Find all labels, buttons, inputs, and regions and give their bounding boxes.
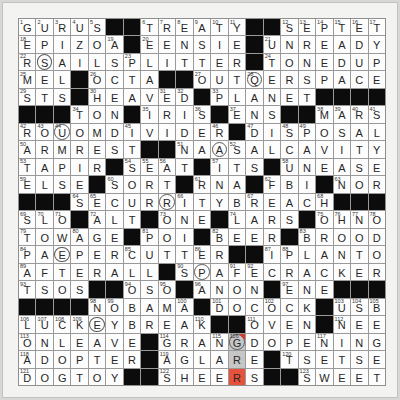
cell-r18c10[interactable]: A — [176, 316, 192, 332]
cell-r13c20[interactable]: O — [351, 229, 367, 245]
cell-r11c18[interactable]: 68H — [316, 194, 332, 210]
cell-r14c20[interactable]: T — [351, 246, 367, 262]
cell-r18c3[interactable]: 108C — [54, 316, 70, 332]
cell-r9c13[interactable]: T — [229, 159, 245, 175]
cell-r10c3[interactable]: S — [54, 176, 70, 192]
cell-r12c16[interactable]: S — [281, 211, 297, 227]
cell-r10c7[interactable]: O — [124, 176, 140, 192]
cell-r21c13[interactable]: R — [229, 369, 245, 385]
cell-r3c19[interactable]: D — [334, 54, 350, 70]
cell-r15c14[interactable]: 92E — [246, 264, 262, 280]
cell-r21c11[interactable]: E — [194, 369, 210, 385]
cell-r3c6[interactable]: S — [106, 54, 122, 70]
cell-r20c9[interactable]: 119A — [159, 351, 175, 367]
cell-r5c9[interactable]: 31E — [159, 89, 175, 105]
cell-r11c9[interactable]: R — [159, 194, 175, 210]
cell-r21c20[interactable]: E — [351, 369, 367, 385]
cell-r11c13[interactable]: B — [229, 194, 245, 210]
cell-r7c15[interactable]: I — [264, 124, 280, 140]
cell-r17c17[interactable]: K — [299, 299, 315, 315]
cell-r20c12[interactable]: A — [211, 351, 227, 367]
cell-r20c20[interactable]: S — [351, 351, 367, 367]
cell-r10c13[interactable]: A — [229, 176, 245, 192]
cell-r10c6[interactable]: 60S — [106, 176, 122, 192]
cell-r7c20[interactable]: A — [351, 124, 367, 140]
cell-r4c19[interactable]: A — [334, 71, 350, 87]
cell-r1c20[interactable]: 16E — [351, 19, 367, 35]
cell-r18c4[interactable]: 109K — [71, 316, 87, 332]
cell-r12c14[interactable]: A — [246, 211, 262, 227]
cell-r2c9[interactable]: E — [159, 36, 175, 52]
cell-r21c2[interactable]: O — [36, 369, 52, 385]
cell-r16c4[interactable]: S — [71, 281, 87, 297]
cell-r5c6[interactable]: E — [106, 89, 122, 105]
cell-r7c11[interactable]: E — [194, 124, 210, 140]
cell-r1c9[interactable]: 7R — [159, 19, 175, 35]
cell-r4c3[interactable]: L — [54, 71, 70, 87]
cell-r17c15[interactable]: 102O — [264, 299, 280, 315]
cell-r13c9[interactable]: O — [159, 229, 175, 245]
cell-r8c17[interactable]: A — [299, 141, 315, 157]
cell-r18c19[interactable]: 112N — [334, 316, 350, 332]
cell-r7c17[interactable]: 49P — [299, 124, 315, 140]
cell-r2c12[interactable]: I — [211, 36, 227, 52]
cell-r18c17[interactable]: N — [299, 316, 315, 332]
cell-r13c1[interactable]: 79T — [19, 229, 35, 245]
cell-r13c18[interactable]: R — [316, 229, 332, 245]
cell-r6c11[interactable]: 36S — [194, 106, 210, 122]
cell-r1c4[interactable]: 4U — [71, 19, 87, 35]
cell-r4c12[interactable]: U — [211, 71, 227, 87]
cell-r1c21[interactable]: 17T — [369, 19, 385, 35]
cell-r7c5[interactable]: M — [89, 124, 105, 140]
cell-r16c14[interactable]: N — [246, 281, 262, 297]
cell-r3c10[interactable]: T — [176, 54, 192, 70]
cell-r10c17[interactable]: I — [299, 176, 315, 192]
cell-r3c16[interactable]: O — [281, 54, 297, 70]
cell-r4c14[interactable]: 28Q — [246, 71, 262, 87]
cell-r8c14[interactable]: A — [246, 141, 262, 157]
cell-r9c10[interactable]: T — [176, 159, 192, 175]
cell-r8c15[interactable]: L — [264, 141, 280, 157]
cell-r20c1[interactable]: 118A — [19, 351, 35, 367]
cell-r4c6[interactable]: C — [106, 71, 122, 87]
cell-r4c17[interactable]: S — [299, 71, 315, 87]
cell-r17c13[interactable]: O — [229, 299, 245, 315]
cell-r2c18[interactable]: E — [316, 36, 332, 52]
cell-r15c3[interactable]: T — [54, 264, 70, 280]
cell-r2c6[interactable]: 19A — [106, 36, 122, 52]
cell-r4c7[interactable]: T — [124, 71, 140, 87]
cell-r15c2[interactable]: F — [36, 264, 52, 280]
cell-r14c15[interactable]: 87I — [264, 246, 280, 262]
cell-r17c16[interactable]: C — [281, 299, 297, 315]
cell-r10c21[interactable]: R — [369, 176, 385, 192]
cell-r15c11[interactable]: P — [194, 264, 210, 280]
cell-r2c15[interactable]: 21U — [264, 36, 280, 52]
cell-r11c16[interactable]: A — [281, 194, 297, 210]
cell-r21c18[interactable]: W — [316, 369, 332, 385]
cell-r18c20[interactable]: E — [351, 316, 367, 332]
cell-r19c19[interactable]: I — [334, 334, 350, 350]
cell-r7c14[interactable]: 47D — [246, 124, 262, 140]
cell-r15c5[interactable]: R — [89, 264, 105, 280]
cell-r5c15[interactable]: N — [264, 89, 280, 105]
cell-r17c20[interactable]: 104S — [351, 299, 367, 315]
cell-r7c19[interactable]: S — [334, 124, 350, 140]
cell-r9c16[interactable]: 58U — [281, 159, 297, 175]
cell-r15c10[interactable]: 90S — [176, 264, 192, 280]
cell-r15c15[interactable]: C — [264, 264, 280, 280]
cell-r14c19[interactable]: N — [334, 246, 350, 262]
cell-r1c2[interactable]: 2U — [36, 19, 52, 35]
cell-r19c6[interactable]: V — [106, 334, 122, 350]
cell-r1c1[interactable]: 1G — [19, 19, 35, 35]
cell-r8c10[interactable]: 51N — [176, 141, 192, 157]
cell-r14c18[interactable]: A — [316, 246, 332, 262]
cell-r3c9[interactable]: I — [159, 54, 175, 70]
cell-r2c4[interactable]: Z — [71, 36, 87, 52]
cell-r17c10[interactable]: 100A — [176, 299, 192, 315]
cell-r3c8[interactable]: L — [141, 54, 157, 70]
cell-r9c19[interactable]: A — [334, 159, 350, 175]
cell-r4c20[interactable]: C — [351, 71, 367, 87]
cell-r8c18[interactable]: V — [316, 141, 332, 157]
cell-r13c10[interactable]: I — [176, 229, 192, 245]
cell-r1c16[interactable]: 12S — [281, 19, 297, 35]
cell-r1c5[interactable]: 5S — [89, 19, 105, 35]
cell-r8c6[interactable]: S — [106, 141, 122, 157]
cell-r6c5[interactable]: O — [89, 106, 105, 122]
cell-r17c5[interactable]: 98N — [89, 299, 105, 315]
cell-r16c12[interactable]: N — [211, 281, 227, 297]
cell-r5c12[interactable]: 33P — [211, 89, 227, 105]
cell-r18c9[interactable]: E — [159, 316, 175, 332]
cell-r20c7[interactable]: R — [124, 351, 140, 367]
cell-r13c4[interactable]: 80A — [71, 229, 87, 245]
cell-r10c1[interactable]: 59E — [19, 176, 35, 192]
cell-r16c3[interactable]: O — [54, 281, 70, 297]
cell-r13c17[interactable]: 83B — [299, 229, 315, 245]
cell-r1c19[interactable]: 15T — [334, 19, 350, 35]
cell-r21c1[interactable]: 121D — [19, 369, 35, 385]
cell-r7c9[interactable]: I — [159, 124, 175, 140]
cell-r21c19[interactable]: E — [334, 369, 350, 385]
cell-r12c3[interactable]: 71O — [54, 211, 70, 227]
cell-r20c17[interactable]: S — [299, 351, 315, 367]
cell-r7c4[interactable]: O — [71, 124, 87, 140]
cell-r8c2[interactable]: R — [36, 141, 52, 157]
cell-r20c4[interactable]: P — [71, 351, 87, 367]
cell-r4c18[interactable]: P — [316, 71, 332, 87]
cell-r3c11[interactable]: T — [194, 54, 210, 70]
cell-r17c7[interactable]: B — [124, 299, 140, 315]
cell-r13c15[interactable]: R — [264, 229, 280, 245]
cell-r14c21[interactable]: O — [369, 246, 385, 262]
cell-r19c11[interactable]: A — [194, 334, 210, 350]
cell-r17c9[interactable]: M — [159, 299, 175, 315]
cell-r5c13[interactable]: L — [229, 89, 245, 105]
cell-r19c15[interactable]: O — [264, 334, 280, 350]
cell-r9c4[interactable]: I — [71, 159, 87, 175]
cell-r3c21[interactable]: P — [369, 54, 385, 70]
cell-r3c4[interactable]: I — [71, 54, 87, 70]
cell-r4c2[interactable]: E — [36, 71, 52, 87]
cell-r7c8[interactable]: V — [141, 124, 157, 140]
cell-r3c1[interactable]: 22R — [19, 54, 35, 70]
cell-r9c21[interactable]: E — [369, 159, 385, 175]
cell-r18c5[interactable]: E — [89, 316, 105, 332]
cell-r9c8[interactable]: 55E — [141, 159, 157, 175]
cell-r5c14[interactable]: A — [246, 89, 262, 105]
cell-r12c2[interactable]: 70L — [36, 211, 52, 227]
cell-r16c7[interactable]: 94O — [124, 281, 140, 297]
cell-r4c13[interactable]: T — [229, 71, 245, 87]
cell-r8c12[interactable]: A — [211, 141, 227, 157]
cell-r11c4[interactable]: 64S — [71, 194, 87, 210]
cell-r12c11[interactable]: E — [194, 211, 210, 227]
cell-r21c3[interactable]: G — [54, 369, 70, 385]
cell-r1c8[interactable]: 6T — [141, 19, 157, 35]
cell-r12c6[interactable]: L — [106, 211, 122, 227]
cell-r14c2[interactable]: A — [36, 246, 52, 262]
cell-r14c8[interactable]: U — [141, 246, 157, 262]
cell-r20c14[interactable]: E — [246, 351, 262, 367]
cell-r6c20[interactable]: 40R — [351, 106, 367, 122]
cell-r8c3[interactable]: M — [54, 141, 70, 157]
cell-r14c3[interactable]: E — [54, 246, 70, 262]
cell-r15c6[interactable]: A — [106, 264, 122, 280]
cell-r18c14[interactable]: 111O — [246, 316, 262, 332]
cell-r3c17[interactable]: N — [299, 54, 315, 70]
cell-r6c10[interactable]: I — [176, 106, 192, 122]
cell-r8c7[interactable]: T — [124, 141, 140, 157]
cell-r14c11[interactable]: 86E — [194, 246, 210, 262]
cell-r10c9[interactable]: T — [159, 176, 175, 192]
cell-r16c8[interactable]: S — [141, 281, 157, 297]
cell-r18c15[interactable]: V — [264, 316, 280, 332]
cell-r7c18[interactable]: O — [316, 124, 332, 140]
cell-r19c17[interactable]: E — [299, 334, 315, 350]
cell-r2c5[interactable]: O — [89, 36, 105, 52]
cell-r7c10[interactable]: D — [176, 124, 192, 140]
cell-r20c19[interactable]: T — [334, 351, 350, 367]
cell-r11c8[interactable]: R — [141, 194, 157, 210]
cell-r3c18[interactable]: E — [316, 54, 332, 70]
cell-r3c13[interactable]: R — [229, 54, 245, 70]
cell-r11c11[interactable]: T — [194, 194, 210, 210]
cell-r3c2[interactable]: S — [36, 54, 52, 70]
cell-r20c16[interactable]: 120T — [281, 351, 297, 367]
cell-r10c20[interactable]: O — [351, 176, 367, 192]
cell-r12c19[interactable]: 76H — [334, 211, 350, 227]
cell-r20c10[interactable]: G — [176, 351, 192, 367]
cell-r11c5[interactable]: 65E — [89, 194, 105, 210]
cell-r9c2[interactable]: A — [36, 159, 52, 175]
cell-r3c15[interactable]: 24T — [264, 54, 280, 70]
cell-r10c16[interactable]: B — [281, 176, 297, 192]
cell-r14c5[interactable]: E — [89, 246, 105, 262]
cell-r16c9[interactable]: 95O — [159, 281, 175, 297]
cell-r17c14[interactable]: C — [246, 299, 262, 315]
cell-r15c20[interactable]: E — [351, 264, 367, 280]
cell-r5c7[interactable]: A — [124, 89, 140, 105]
cell-r6c8[interactable]: 35I — [141, 106, 157, 122]
cell-r21c5[interactable]: O — [89, 369, 105, 385]
cell-r12c9[interactable]: 73O — [159, 211, 175, 227]
cell-r4c16[interactable]: R — [281, 71, 297, 87]
cell-r7c6[interactable]: D — [106, 124, 122, 140]
cell-r2c10[interactable]: N — [176, 36, 192, 52]
cell-r2c1[interactable]: 18E — [19, 36, 35, 52]
cell-r18c1[interactable]: 106L — [19, 316, 35, 332]
cell-r7c3[interactable]: 44U — [54, 124, 70, 140]
cell-r14c6[interactable]: R — [106, 246, 122, 262]
cell-r14c1[interactable]: 84P — [19, 246, 35, 262]
cell-r4c1[interactable]: 25M — [19, 71, 35, 87]
cell-r11c6[interactable]: C — [106, 194, 122, 210]
cell-r12c15[interactable]: R — [264, 211, 280, 227]
cell-r2c21[interactable]: Y — [369, 36, 385, 52]
cell-r4c8[interactable]: A — [141, 71, 157, 87]
cell-r6c14[interactable]: N — [246, 106, 262, 122]
cell-r3c12[interactable]: E — [211, 54, 227, 70]
cell-r12c18[interactable]: 75O — [316, 211, 332, 227]
cell-r8c13[interactable]: 52S — [229, 141, 245, 157]
cell-r9c7[interactable]: 54S — [124, 159, 140, 175]
cell-r10c11[interactable]: 61R — [194, 176, 210, 192]
cell-r17c19[interactable]: 103U — [334, 299, 350, 315]
cell-r7c2[interactable]: 43O — [36, 124, 52, 140]
cell-r21c12[interactable]: E — [211, 369, 227, 385]
cell-r19c14[interactable]: D — [246, 334, 262, 350]
cell-r19c7[interactable]: E — [124, 334, 140, 350]
cell-r5c10[interactable]: 32D — [176, 89, 192, 105]
cell-r19c18[interactable]: 117N — [316, 334, 332, 350]
cell-r18c2[interactable]: 107U — [36, 316, 52, 332]
cell-r5c5[interactable]: 30H — [89, 89, 105, 105]
cell-r14c7[interactable]: 85C — [124, 246, 140, 262]
cell-r9c1[interactable]: 53T — [19, 159, 35, 175]
cell-r11c14[interactable]: 67R — [246, 194, 262, 210]
cell-r9c18[interactable]: E — [316, 159, 332, 175]
cell-r15c13[interactable]: 91F — [229, 264, 245, 280]
cell-r8c1[interactable]: 50A — [19, 141, 35, 157]
cell-r10c19[interactable]: 63N — [334, 176, 350, 192]
cell-r15c7[interactable]: L — [124, 264, 140, 280]
cell-r11c12[interactable]: Y — [211, 194, 227, 210]
cell-r10c15[interactable]: 62F — [264, 176, 280, 192]
cell-r19c10[interactable]: R — [176, 334, 192, 350]
cell-r16c18[interactable]: E — [316, 281, 332, 297]
cell-r15c18[interactable]: C — [316, 264, 332, 280]
cell-r8c5[interactable]: E — [89, 141, 105, 157]
cell-r20c3[interactable]: O — [54, 351, 70, 367]
cell-r1c10[interactable]: 8E — [176, 19, 192, 35]
cell-r20c11[interactable]: L — [194, 351, 210, 367]
cell-r17c6[interactable]: 99O — [106, 299, 122, 315]
cell-r21c21[interactable]: T — [369, 369, 385, 385]
cell-r9c9[interactable]: 56A — [159, 159, 175, 175]
cell-r2c13[interactable]: E — [229, 36, 245, 52]
cell-r6c9[interactable]: R — [159, 106, 175, 122]
cell-r2c8[interactable]: 20E — [141, 36, 157, 52]
cell-r18c8[interactable]: R — [141, 316, 157, 332]
cell-r7c16[interactable]: 48S — [281, 124, 297, 140]
cell-r15c4[interactable]: E — [71, 264, 87, 280]
cell-r5c1[interactable]: 29S — [19, 89, 35, 105]
cell-r10c8[interactable]: R — [141, 176, 157, 192]
cell-r4c5[interactable]: 26O — [89, 71, 105, 87]
cell-r13c6[interactable]: E — [106, 229, 122, 245]
cell-r15c17[interactable]: A — [299, 264, 315, 280]
cell-r13c19[interactable]: O — [334, 229, 350, 245]
cell-r19c5[interactable]: A — [89, 334, 105, 350]
cell-r21c4[interactable]: T — [71, 369, 87, 385]
cell-r1c18[interactable]: 14P — [316, 19, 332, 35]
cell-r12c13[interactable]: 74L — [229, 211, 245, 227]
cell-r19c16[interactable]: P — [281, 334, 297, 350]
cell-r15c1[interactable]: 89A — [19, 264, 35, 280]
cell-r1c17[interactable]: 13E — [299, 19, 315, 35]
cell-r19c1[interactable]: 113O — [19, 334, 35, 350]
cell-r11c10[interactable]: 66I — [176, 194, 192, 210]
cell-r9c3[interactable]: P — [54, 159, 70, 175]
cell-r2c3[interactable]: I — [54, 36, 70, 52]
cell-r13c21[interactable]: D — [369, 229, 385, 245]
cell-r16c1[interactable]: 93T — [19, 281, 35, 297]
cell-r19c20[interactable]: N — [351, 334, 367, 350]
cell-r6c21[interactable]: 41S — [369, 106, 385, 122]
cell-r19c9[interactable]: 114G — [159, 334, 175, 350]
cell-r6c19[interactable]: 39A — [334, 106, 350, 122]
cell-r4c11[interactable]: 27O — [194, 71, 210, 87]
cell-r18c7[interactable]: B — [124, 316, 140, 332]
cell-r19c12[interactable]: 115N — [211, 334, 227, 350]
cell-r20c2[interactable]: D — [36, 351, 52, 367]
cell-r7c21[interactable]: L — [369, 124, 385, 140]
cell-r2c2[interactable]: P — [36, 36, 52, 52]
cell-r7c1[interactable]: 42R — [19, 124, 35, 140]
cell-r14c9[interactable]: T — [159, 246, 175, 262]
cell-r6c18[interactable]: 38M — [316, 106, 332, 122]
cell-r10c12[interactable]: N — [211, 176, 227, 192]
cell-r19c4[interactable]: E — [71, 334, 87, 350]
cell-r20c6[interactable]: E — [106, 351, 122, 367]
cell-r5c3[interactable]: S — [54, 89, 70, 105]
cell-r19c2[interactable]: N — [36, 334, 52, 350]
cell-r5c8[interactable]: V — [141, 89, 157, 105]
cell-r1c3[interactable]: 3R — [54, 19, 70, 35]
cell-r4c15[interactable]: E — [264, 71, 280, 87]
cell-r12c20[interactable]: 77N — [351, 211, 367, 227]
cell-r14c17[interactable]: L — [299, 246, 315, 262]
cell-r10c2[interactable]: L — [36, 176, 52, 192]
cell-r19c21[interactable]: G — [369, 334, 385, 350]
cell-r15c16[interactable]: R — [281, 264, 297, 280]
cell-r12c21[interactable]: 78O — [369, 211, 385, 227]
cell-r3c20[interactable]: U — [351, 54, 367, 70]
cell-r2c17[interactable]: R — [299, 36, 315, 52]
cell-r3c5[interactable]: L — [89, 54, 105, 70]
cell-r6c13[interactable]: 37E — [229, 106, 245, 122]
cell-r20c21[interactable]: E — [369, 351, 385, 367]
cell-r9c5[interactable]: R — [89, 159, 105, 175]
cell-r15c21[interactable]: R — [369, 264, 385, 280]
cell-r18c6[interactable]: Y — [106, 316, 122, 332]
cell-r21c14[interactable]: S — [246, 369, 262, 385]
cell-r9c14[interactable]: S — [246, 159, 262, 175]
